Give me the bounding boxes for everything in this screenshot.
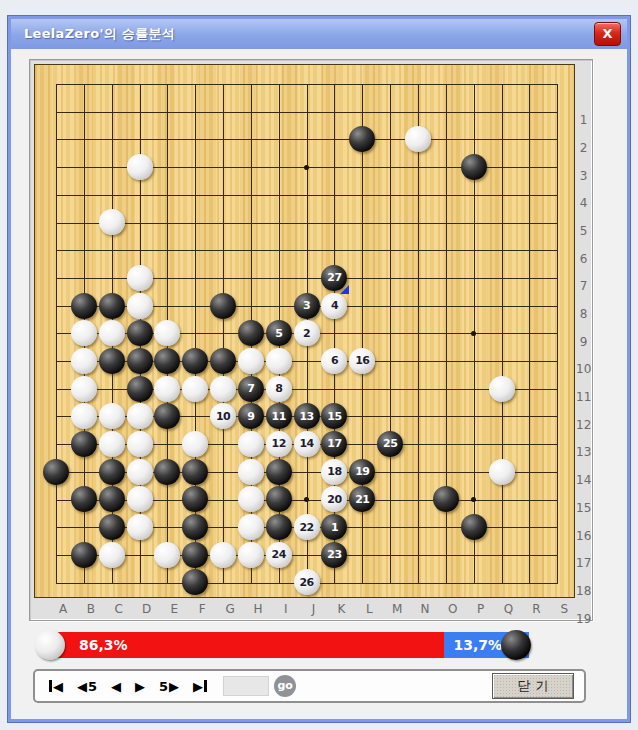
white-stone-move-24: 24 [266, 542, 292, 568]
row-label: 3 [576, 163, 591, 191]
white-stone [127, 459, 153, 485]
black-stone [349, 126, 375, 152]
last-move-button[interactable]: ▶ [193, 680, 207, 693]
white-stone [266, 348, 292, 374]
black-stone [210, 348, 236, 374]
white-winrate-stone-icon [35, 630, 65, 660]
white-stone-move-22: 22 [294, 514, 320, 540]
column-label: A [49, 600, 77, 618]
column-label: S [550, 600, 578, 618]
white-stone [238, 459, 264, 485]
white-stone-move-8: 8 [266, 376, 292, 402]
black-stone [461, 154, 487, 180]
black-stone [182, 514, 208, 540]
star-point [471, 497, 476, 502]
white-stone [489, 376, 515, 402]
row-label: 17 [576, 550, 591, 578]
black-stone [182, 486, 208, 512]
black-stone [182, 348, 208, 374]
goban[interactable]: 2734526167810911131512141725181920212212… [34, 64, 575, 598]
white-stone-move-4: 4 [321, 293, 347, 319]
white-stone [99, 209, 125, 235]
white-stone [71, 376, 97, 402]
white-stone [238, 431, 264, 457]
black-stone [461, 514, 487, 540]
row-labels: 12345678910111213141516171819 [576, 107, 591, 633]
white-stone [154, 320, 180, 346]
white-stone [127, 154, 153, 180]
row-label: 4 [576, 190, 591, 218]
white-stone-move-10: 10 [210, 403, 236, 429]
white-stone-move-16: 16 [349, 348, 375, 374]
row-label: 18 [576, 578, 591, 606]
white-stone [238, 348, 264, 374]
go-button[interactable]: go [274, 675, 296, 697]
black-stone [182, 542, 208, 568]
black-stone [71, 293, 97, 319]
white-stone [210, 376, 236, 402]
navigation-panel: ◀ ◀5 ◀ ▶ 5▶ ▶ go 닫기 [33, 669, 586, 703]
black-stone [127, 376, 153, 402]
black-stone [71, 431, 97, 457]
column-label: Q [495, 600, 523, 618]
black-stone-move-5: 5 [266, 320, 292, 346]
white-stone [99, 542, 125, 568]
white-stone-move-20: 20 [321, 486, 347, 512]
stones-layer: 2734526167810911131512141725181920212212… [42, 70, 571, 596]
black-stone [99, 459, 125, 485]
close-window-icon[interactable]: X [594, 22, 621, 46]
black-stone-move-17: 17 [321, 431, 347, 457]
black-stone-move-25: 25 [377, 431, 403, 457]
black-stone-move-21: 21 [349, 486, 375, 512]
column-label: K [328, 600, 356, 618]
black-stone [266, 514, 292, 540]
black-stone-move-3: 3 [294, 293, 320, 319]
row-label: 9 [576, 329, 591, 357]
row-label: 12 [576, 412, 591, 440]
white-stone [71, 403, 97, 429]
black-stone [266, 459, 292, 485]
column-label: O [439, 600, 467, 618]
black-stone [71, 486, 97, 512]
black-winrate-stone-icon [501, 630, 531, 660]
row-label: 19 [576, 606, 591, 634]
white-stone-move-2: 2 [294, 320, 320, 346]
black-stone [266, 486, 292, 512]
last-move-marker-icon [340, 285, 349, 294]
star-point [471, 331, 476, 336]
black-stone [182, 459, 208, 485]
white-stone [71, 320, 97, 346]
column-label: P [467, 600, 495, 618]
white-stone-move-12: 12 [266, 431, 292, 457]
black-stone [154, 348, 180, 374]
row-label: 15 [576, 495, 591, 523]
white-stone [127, 431, 153, 457]
window-title: LeelaZero'의 승률분석 [24, 25, 594, 43]
white-stone [210, 542, 236, 568]
white-stone [71, 348, 97, 374]
black-stone [182, 569, 208, 595]
star-point [304, 165, 309, 170]
column-label: N [411, 600, 439, 618]
first-move-button[interactable]: ◀ [49, 680, 63, 693]
black-stone [99, 486, 125, 512]
black-stone-move-11: 11 [266, 403, 292, 429]
white-stone [182, 431, 208, 457]
black-stone-move-15: 15 [321, 403, 347, 429]
white-stone [127, 514, 153, 540]
row-label: 5 [576, 218, 591, 246]
black-stone [99, 348, 125, 374]
column-labels: ABCDEFGHIJKLMNOPQRS [49, 600, 578, 618]
column-label: I [272, 600, 300, 618]
forward-button[interactable]: ▶ [135, 680, 145, 693]
move-number-input[interactable] [223, 676, 269, 696]
white-stone [238, 542, 264, 568]
white-stone [489, 459, 515, 485]
white-stone [99, 403, 125, 429]
black-stone-move-9: 9 [238, 403, 264, 429]
white-winrate-value: 86,3% [79, 637, 128, 653]
title-bar: LeelaZero'의 승률분석 X [11, 19, 627, 49]
row-label: 2 [576, 135, 591, 163]
white-stone [127, 293, 153, 319]
column-label: H [244, 600, 272, 618]
column-label: C [105, 600, 133, 618]
white-stone [127, 486, 153, 512]
row-label: 7 [576, 273, 591, 301]
white-stone [238, 486, 264, 512]
white-stone-move-6: 6 [321, 348, 347, 374]
black-stone-move-27: 27 [321, 265, 347, 291]
black-stone-move-19: 19 [349, 459, 375, 485]
white-stone-move-26: 26 [294, 569, 320, 595]
white-stone-move-18: 18 [321, 459, 347, 485]
board-panel: 2734526167810911131512141725181920212212… [29, 59, 593, 621]
white-winrate-segment: 86,3% [51, 632, 444, 658]
column-label: R [522, 600, 550, 618]
white-stone [238, 514, 264, 540]
winrate-bar: 86,3% 13,7% [51, 632, 529, 658]
white-stone [405, 126, 431, 152]
white-stone-move-14: 14 [294, 431, 320, 457]
white-stone [99, 320, 125, 346]
black-stone [433, 486, 459, 512]
row-label: 14 [576, 467, 591, 495]
white-stone [99, 431, 125, 457]
row-label: 1 [576, 107, 591, 135]
black-stone [154, 403, 180, 429]
white-stone [182, 376, 208, 402]
white-stone [154, 376, 180, 402]
white-stone [127, 265, 153, 291]
analysis-window: LeelaZero'의 승률분석 X 273452616781091113151… [8, 16, 630, 722]
column-label: B [77, 600, 105, 618]
black-stone [238, 320, 264, 346]
row-label: 6 [576, 246, 591, 274]
move-navigation: ◀ ◀5 ◀ ▶ 5▶ ▶ [49, 679, 207, 694]
column-label: D [133, 600, 161, 618]
row-label: 8 [576, 301, 591, 329]
white-stone [154, 542, 180, 568]
column-label: M [383, 600, 411, 618]
black-stone [154, 459, 180, 485]
row-label: 13 [576, 439, 591, 467]
black-winrate-value: 13,7% [453, 637, 502, 653]
forward-5-button[interactable]: 5▶ [159, 679, 179, 694]
column-label: L [355, 600, 383, 618]
row-label: 10 [576, 356, 591, 384]
black-stone [99, 514, 125, 540]
column-label: J [300, 600, 328, 618]
black-stone [127, 348, 153, 374]
black-stone-move-1: 1 [321, 514, 347, 540]
black-stone-move-13: 13 [294, 403, 320, 429]
column-label: F [188, 600, 216, 618]
column-label: E [160, 600, 188, 618]
star-point [304, 497, 309, 502]
black-stone [43, 459, 69, 485]
back-button[interactable]: ◀ [111, 680, 121, 693]
black-stone [71, 542, 97, 568]
black-stone [99, 293, 125, 319]
black-stone [210, 293, 236, 319]
black-stone [127, 320, 153, 346]
row-label: 16 [576, 523, 591, 551]
column-label: G [216, 600, 244, 618]
black-stone-move-7: 7 [238, 376, 264, 402]
back-5-button[interactable]: ◀5 [77, 679, 97, 694]
black-stone-move-23: 23 [321, 542, 347, 568]
close-dialog-button[interactable]: 닫기 [492, 673, 574, 699]
white-stone [127, 403, 153, 429]
row-label: 11 [576, 384, 591, 412]
